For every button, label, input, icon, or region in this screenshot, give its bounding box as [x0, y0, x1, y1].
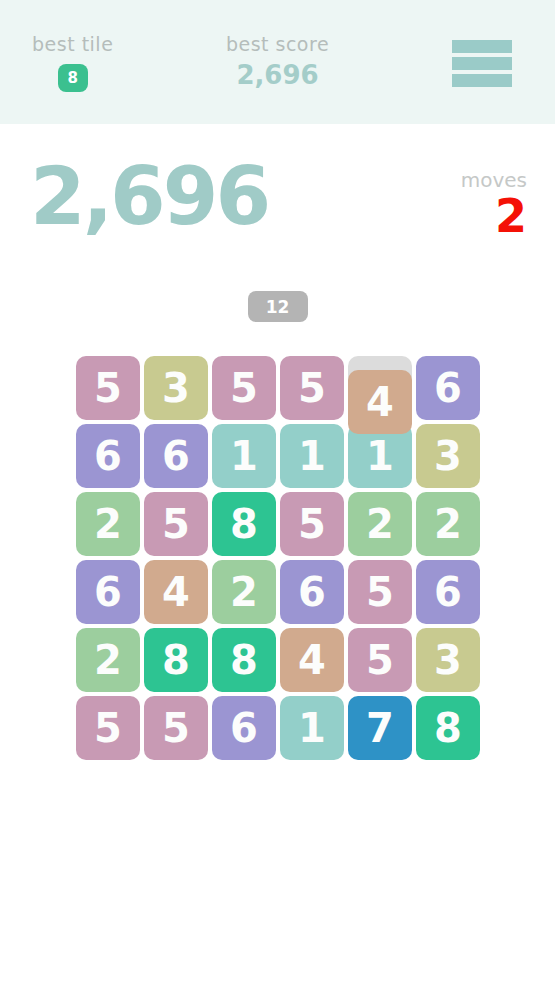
board-cell-r4c5: 3	[416, 628, 480, 692]
tile-1[interactable]: 1	[212, 424, 276, 488]
board-cell-r2c4: 2	[348, 492, 412, 556]
tile-6[interactable]: 6	[416, 356, 480, 420]
board-cell-r4c4: 5	[348, 628, 412, 692]
board-cell-r3c5: 6	[416, 560, 480, 624]
tile-6[interactable]: 6	[280, 560, 344, 624]
tile-6[interactable]: 6	[76, 424, 140, 488]
tile-1[interactable]: 1	[280, 424, 344, 488]
tile-5[interactable]: 5	[144, 492, 208, 556]
board-cell-r4c3: 4	[280, 628, 344, 692]
board-cell-r5c3: 1	[280, 696, 344, 760]
hamburger-menu-icon[interactable]	[452, 40, 512, 87]
board-cell-r4c1: 8	[144, 628, 208, 692]
board-cell-r1c3: 1	[280, 424, 344, 488]
board-cell-r2c3: 5	[280, 492, 344, 556]
tile-4-falling[interactable]: 4	[348, 370, 412, 434]
board-cell-r0c5: 6	[416, 356, 480, 420]
board-cell-r0c3: 5	[280, 356, 344, 420]
tile-5[interactable]: 5	[144, 696, 208, 760]
hamburger-bar	[452, 40, 512, 53]
board-cell-r0c0: 5	[76, 356, 140, 420]
board-cell-r2c1: 5	[144, 492, 208, 556]
tile-3[interactable]: 3	[144, 356, 208, 420]
board-cell-r1c2: 1	[212, 424, 276, 488]
tile-5[interactable]: 5	[76, 696, 140, 760]
board-cell-r3c0: 6	[76, 560, 140, 624]
board-cell-r3c4: 5	[348, 560, 412, 624]
tile-6[interactable]: 6	[144, 424, 208, 488]
tile-2[interactable]: 2	[76, 628, 140, 692]
tile-4[interactable]: 4	[144, 560, 208, 624]
board-cell-r1c0: 6	[76, 424, 140, 488]
tile-5[interactable]: 5	[76, 356, 140, 420]
board-cell-r2c5: 2	[416, 492, 480, 556]
tile-5[interactable]: 5	[348, 628, 412, 692]
board-cell-r5c2: 6	[212, 696, 276, 760]
tile-4[interactable]: 4	[280, 628, 344, 692]
tile-2[interactable]: 2	[348, 492, 412, 556]
board-cell-r5c1: 5	[144, 696, 208, 760]
board-cell-r2c2: 8	[212, 492, 276, 556]
board-cell-r4c0: 2	[76, 628, 140, 692]
tile-1[interactable]: 1	[280, 696, 344, 760]
tile-8[interactable]: 8	[416, 696, 480, 760]
tile-6[interactable]: 6	[76, 560, 140, 624]
tile-6[interactable]: 6	[416, 560, 480, 624]
header-bar: best tile 8 best score 2,696	[0, 0, 555, 124]
board-cell-r5c0: 5	[76, 696, 140, 760]
board-cell-r5c5: 8	[416, 696, 480, 760]
board-cell-r1c1: 6	[144, 424, 208, 488]
tile-5[interactable]: 5	[348, 560, 412, 624]
current-score: 2,696	[30, 150, 268, 244]
board-cell-r2c0: 2	[76, 492, 140, 556]
tile-5[interactable]: 5	[212, 356, 276, 420]
board-cell-r0c1: 3	[144, 356, 208, 420]
board-cell-r3c2: 2	[212, 560, 276, 624]
tile-5[interactable]: 5	[280, 356, 344, 420]
tile-5[interactable]: 5	[280, 492, 344, 556]
tile-2[interactable]: 2	[76, 492, 140, 556]
board-cell-r4c2: 8	[212, 628, 276, 692]
game-app: best tile 8 best score 2,696 2,696 moves…	[0, 0, 555, 988]
board-cell-r3c3: 6	[280, 560, 344, 624]
tile-3[interactable]: 3	[416, 628, 480, 692]
next-tile-badge: 12	[248, 291, 308, 322]
board-cell-r0c4: 4	[348, 356, 412, 420]
board-cell-r1c5: 3	[416, 424, 480, 488]
board-cell-r0c2: 5	[212, 356, 276, 420]
board-cell-r5c4: 7	[348, 696, 412, 760]
tile-6[interactable]: 6	[212, 696, 276, 760]
tile-2[interactable]: 2	[212, 560, 276, 624]
tile-7[interactable]: 7	[348, 696, 412, 760]
tile-board: 535546661113258522642656288453556178	[76, 356, 480, 760]
tile-3[interactable]: 3	[416, 424, 480, 488]
board-cell-r3c1: 4	[144, 560, 208, 624]
tile-8[interactable]: 8	[212, 628, 276, 692]
tile-8[interactable]: 8	[144, 628, 208, 692]
tile-8[interactable]: 8	[212, 492, 276, 556]
tile-2[interactable]: 2	[416, 492, 480, 556]
moves-block: moves 2	[461, 168, 527, 240]
hamburger-bar	[452, 57, 512, 70]
moves-value: 2	[461, 192, 527, 240]
hamburger-bar	[452, 74, 512, 87]
